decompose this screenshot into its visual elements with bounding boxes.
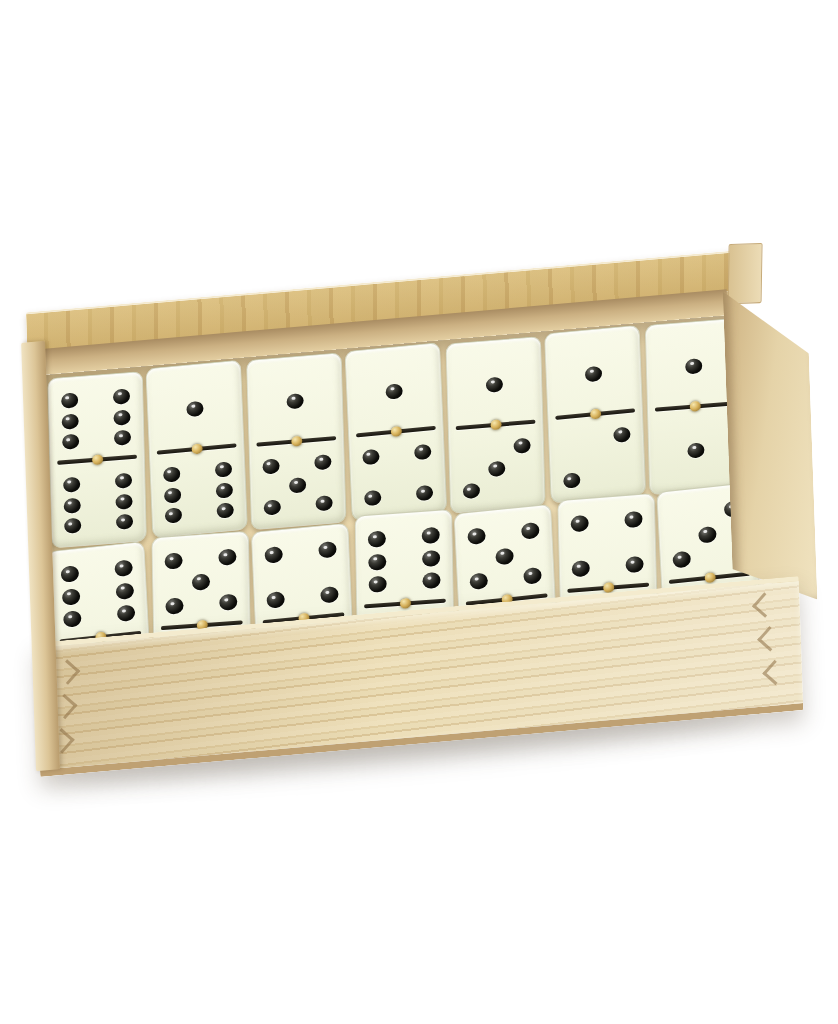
pip [624, 511, 642, 528]
pip [115, 472, 132, 488]
pip [585, 365, 603, 382]
pip [116, 493, 133, 509]
pip [61, 565, 80, 583]
pip [422, 550, 440, 567]
pip [165, 553, 183, 570]
pip [262, 458, 279, 474]
pip [521, 522, 540, 540]
pip [687, 442, 704, 458]
pip [218, 549, 236, 566]
pip [318, 541, 337, 559]
pip [63, 476, 80, 492]
box-lid-end-tab [728, 243, 763, 304]
domino-half-top [48, 544, 148, 640]
pip [61, 392, 78, 408]
pip [369, 576, 387, 593]
pip [192, 573, 210, 590]
pip [216, 482, 234, 499]
finger-joint-mark [762, 660, 787, 685]
pip [416, 485, 434, 502]
pip [362, 449, 380, 466]
pip [219, 594, 237, 611]
pip [571, 515, 589, 532]
pip [265, 546, 284, 564]
pip [62, 588, 81, 606]
pip [698, 526, 717, 544]
pip [467, 528, 486, 546]
domino-tile-6-6 [47, 371, 147, 549]
pip [625, 556, 643, 573]
finger-joint-mark [752, 592, 777, 617]
pip [113, 388, 130, 404]
pip [267, 591, 286, 609]
domino-half-top [455, 507, 555, 603]
pip [320, 586, 339, 604]
domino-half-top [446, 339, 542, 427]
pip [368, 531, 386, 548]
pip [385, 383, 403, 400]
pip [164, 508, 182, 525]
pip [523, 567, 542, 585]
domino-half-top [545, 328, 642, 417]
pip [62, 434, 79, 450]
pip [364, 490, 382, 507]
pip [116, 514, 133, 530]
pip [421, 527, 439, 544]
pip [114, 409, 131, 425]
domino-half-bottom [449, 423, 545, 511]
domino-half-bottom [50, 458, 146, 545]
domino-half-top [558, 496, 656, 589]
domino-half-top [152, 534, 249, 627]
pip [488, 460, 505, 476]
domino-half-top [356, 512, 453, 605]
pip [672, 551, 691, 569]
domino-half-bottom [250, 439, 346, 527]
pip [286, 393, 303, 409]
finger-joint-mark [55, 659, 80, 684]
pip [422, 572, 440, 589]
pip [613, 426, 631, 443]
domino-tile-1-3 [445, 336, 545, 514]
domino-half-bottom [150, 447, 247, 536]
wooden-box [30, 245, 815, 768]
pip [163, 466, 181, 483]
domino-half-top [247, 355, 343, 443]
pip [63, 497, 80, 513]
pip [315, 454, 332, 470]
pip [514, 437, 531, 453]
domino-tile-1-6 [145, 359, 248, 538]
pip [316, 495, 333, 511]
pip [470, 572, 489, 590]
domino-half-top [252, 526, 351, 621]
domino-tile-1-2 [544, 325, 646, 504]
domino-tile-1-5 [246, 352, 347, 530]
pip [486, 376, 503, 392]
pip [163, 487, 181, 504]
domino-half-bottom [548, 412, 645, 501]
pip [217, 503, 235, 520]
product-photo-domino-box [0, 0, 838, 1024]
pip [263, 500, 280, 516]
pip [165, 598, 183, 615]
pip [114, 430, 131, 446]
pip [495, 547, 514, 565]
box-inner-right-wall [723, 284, 818, 607]
domino-tile-1-4 [344, 342, 447, 521]
pip [63, 610, 82, 628]
pip [572, 560, 590, 577]
domino-half-bottom [349, 429, 446, 518]
pip [114, 560, 133, 578]
finger-joint-mark [757, 626, 782, 651]
pip [117, 604, 136, 622]
pip [61, 413, 78, 429]
pip [563, 473, 581, 490]
pip [289, 477, 306, 493]
pip [115, 582, 134, 600]
pip [414, 444, 432, 461]
pip [64, 518, 81, 534]
domino-half-top [346, 345, 443, 434]
pip [215, 461, 233, 478]
pip [186, 400, 204, 417]
pip [368, 553, 386, 570]
pip [462, 483, 479, 499]
pip [685, 358, 702, 374]
domino-half-top [146, 363, 243, 452]
domino-half-top [48, 374, 144, 461]
